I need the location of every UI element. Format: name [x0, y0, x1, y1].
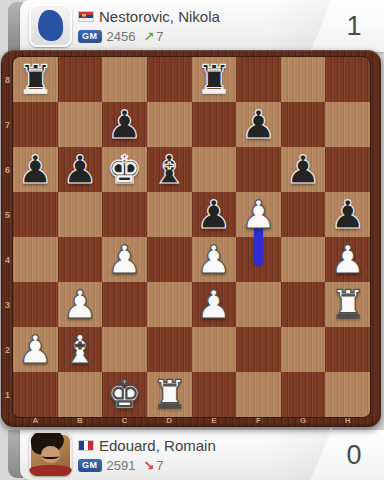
rank-label-4: 4: [3, 237, 12, 282]
square-a2[interactable]: ♟: [13, 327, 58, 372]
avatar-bottom: [29, 433, 72, 476]
square-e4[interactable]: ♟: [192, 237, 237, 282]
file-label-h: H: [325, 416, 370, 425]
square-h8[interactable]: [325, 57, 370, 102]
white-pawn[interactable]: ♟: [192, 237, 237, 282]
square-g8[interactable]: [281, 57, 326, 102]
square-c6[interactable]: ♚: [102, 147, 147, 192]
black-pawn[interactable]: ♟: [102, 102, 147, 147]
black-rook[interactable]: ♜: [192, 57, 237, 102]
file-label-g: G: [281, 416, 326, 425]
square-c7[interactable]: ♟: [102, 102, 147, 147]
square-f8[interactable]: [236, 57, 281, 102]
white-pawn[interactable]: ♟: [236, 192, 281, 237]
file-label-a: A: [13, 416, 58, 425]
rank-label-7: 7: [3, 102, 12, 147]
white-bishop[interactable]: ♝: [58, 327, 103, 372]
square-b6[interactable]: ♟: [58, 147, 103, 192]
square-c2[interactable]: [102, 327, 147, 372]
white-rook[interactable]: ♜: [325, 282, 370, 327]
square-f2[interactable]: [236, 327, 281, 372]
square-d3[interactable]: [147, 282, 192, 327]
square-a3[interactable]: [13, 282, 58, 327]
square-b4[interactable]: [58, 237, 103, 282]
white-pawn[interactable]: ♟: [325, 237, 370, 282]
square-e2[interactable]: [192, 327, 237, 372]
square-g7[interactable]: [281, 102, 326, 147]
default-avatar-icon: [37, 9, 64, 41]
square-h5[interactable]: ♟: [325, 192, 370, 237]
square-d8[interactable]: [147, 57, 192, 102]
black-pawn[interactable]: ♟: [325, 192, 370, 237]
player-info-bottom: Edouard, Romain GM 2591 ↘ 7: [78, 435, 216, 472]
square-d6[interactable]: ♝: [147, 147, 192, 192]
rank-label-1: 1: [3, 372, 12, 417]
white-king[interactable]: ♚: [102, 372, 147, 417]
square-c8[interactable]: [102, 57, 147, 102]
white-pawn[interactable]: ♟: [13, 327, 58, 372]
square-d1[interactable]: ♜: [147, 372, 192, 417]
square-f1[interactable]: [236, 372, 281, 417]
square-b5[interactable]: [58, 192, 103, 237]
serbia-flag-icon: [78, 11, 94, 22]
chess-board: ♜♜♟♟♟♟♚♝♟♟♟♟♟♟♟♟♟♜♟♝♚♜ 87654321 ABCDEFGH: [1, 50, 381, 427]
white-pawn[interactable]: ♟: [192, 282, 237, 327]
trend-down-icon: ↘: [143, 458, 154, 473]
square-e1[interactable]: [192, 372, 237, 417]
square-e6[interactable]: [192, 147, 237, 192]
square-h4[interactable]: ♟: [325, 237, 370, 282]
rank-label-3: 3: [3, 282, 12, 327]
square-d2[interactable]: [147, 327, 192, 372]
square-g5[interactable]: [281, 192, 326, 237]
rank-labels: 87654321: [3, 57, 12, 417]
square-g3[interactable]: [281, 282, 326, 327]
file-labels: ABCDEFGH: [13, 416, 370, 425]
square-d4[interactable]: [147, 237, 192, 282]
square-b8[interactable]: [58, 57, 103, 102]
square-e7[interactable]: [192, 102, 237, 147]
square-b1[interactable]: [58, 372, 103, 417]
black-pawn[interactable]: ♟: [58, 147, 103, 192]
white-rook[interactable]: ♜: [147, 372, 192, 417]
file-label-e: E: [192, 416, 237, 425]
square-e5[interactable]: ♟: [192, 192, 237, 237]
rating-top: 2456: [107, 29, 136, 44]
avatar-photo-glasses: [42, 452, 59, 459]
square-h7[interactable]: [325, 102, 370, 147]
square-f6[interactable]: [236, 147, 281, 192]
rating-bottom: 2591: [107, 458, 136, 473]
rank-label-8: 8: [3, 57, 12, 102]
square-b2[interactable]: ♝: [58, 327, 103, 372]
square-f5[interactable]: ♟: [236, 192, 281, 237]
square-a7[interactable]: [13, 102, 58, 147]
square-h3[interactable]: ♜: [325, 282, 370, 327]
title-badge-bottom: GM: [78, 459, 102, 472]
square-a6[interactable]: ♟: [13, 147, 58, 192]
score-top: 1: [346, 11, 361, 42]
square-h2[interactable]: [325, 327, 370, 372]
trend-value-top: 7: [156, 29, 163, 44]
board-squares: ♜♜♟♟♟♟♚♝♟♟♟♟♟♟♟♟♟♜♟♝♚♜: [13, 57, 370, 417]
rank-label-6: 6: [3, 147, 12, 192]
player-info-top: Nestorovic, Nikola GM 2456 ↗ 7: [78, 6, 220, 43]
rank-label-2: 2: [3, 327, 12, 372]
square-a4[interactable]: [13, 237, 58, 282]
rank-label-5: 5: [3, 192, 12, 237]
square-g1[interactable]: [281, 372, 326, 417]
white-pawn[interactable]: ♟: [102, 237, 147, 282]
square-a8[interactable]: ♜: [13, 57, 58, 102]
square-a5[interactable]: [13, 192, 58, 237]
white-pawn[interactable]: ♟: [58, 282, 103, 327]
square-b3[interactable]: ♟: [58, 282, 103, 327]
black-king[interactable]: ♚: [102, 147, 147, 192]
game-view: 1 Nestorovic, Nikola GM 2456 ↗ 7 ♜♜♟♟♟♟♚…: [0, 0, 384, 480]
avatar-top: [29, 4, 72, 47]
square-d7[interactable]: [147, 102, 192, 147]
square-e8[interactable]: ♜: [192, 57, 237, 102]
player-bar-bottom: 0 Edouard, Romain GM 2591 ↘ 7: [0, 430, 384, 480]
file-label-b: B: [58, 416, 103, 425]
score-bottom: 0: [346, 440, 361, 471]
black-pawn[interactable]: ♟: [236, 102, 281, 147]
black-pawn[interactable]: ♟: [281, 147, 326, 192]
square-f3[interactable]: [236, 282, 281, 327]
square-g6[interactable]: ♟: [281, 147, 326, 192]
black-rook[interactable]: ♜: [13, 57, 58, 102]
square-d5[interactable]: [147, 192, 192, 237]
player-name-bottom: Edouard, Romain: [99, 437, 216, 454]
square-h6[interactable]: [325, 147, 370, 192]
title-badge-top: GM: [78, 30, 102, 43]
square-c3[interactable]: [102, 282, 147, 327]
france-flag-icon: [78, 440, 94, 451]
file-label-c: C: [102, 416, 147, 425]
square-h1[interactable]: [325, 372, 370, 417]
trend-value-bottom: 7: [156, 458, 163, 473]
square-f7[interactable]: ♟: [236, 102, 281, 147]
square-c5[interactable]: [102, 192, 147, 237]
black-pawn[interactable]: ♟: [13, 147, 58, 192]
file-label-f: F: [236, 416, 281, 425]
black-bishop[interactable]: ♝: [147, 147, 192, 192]
avatar-photo-shirt: [29, 465, 72, 476]
square-e3[interactable]: ♟: [192, 282, 237, 327]
square-g4[interactable]: [281, 237, 326, 282]
square-b7[interactable]: [58, 102, 103, 147]
black-pawn[interactable]: ♟: [192, 192, 237, 237]
square-c1[interactable]: ♚: [102, 372, 147, 417]
square-g2[interactable]: [281, 327, 326, 372]
square-c4[interactable]: ♟: [102, 237, 147, 282]
file-label-d: D: [147, 416, 192, 425]
player-bar-top: 1 Nestorovic, Nikola GM 2456 ↗ 7: [0, 0, 384, 52]
square-a1[interactable]: [13, 372, 58, 417]
player-name-top: Nestorovic, Nikola: [99, 8, 220, 25]
trend-up-icon: ↗: [143, 29, 154, 44]
